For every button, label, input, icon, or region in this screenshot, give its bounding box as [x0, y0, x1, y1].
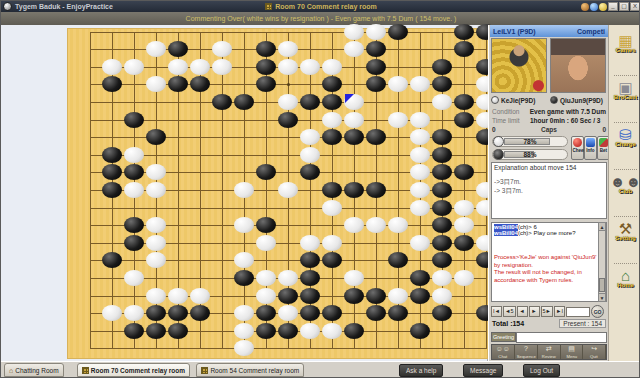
- chat-message-system: Process>'KeJie' won against 'QiuJun9' by…: [494, 254, 597, 269]
- black-stone: [234, 94, 254, 110]
- black-stone: [454, 235, 474, 251]
- white-stone: [124, 182, 144, 198]
- black-stone: [278, 112, 298, 128]
- black-stone: [146, 305, 166, 321]
- white-stone: [432, 94, 452, 110]
- right-icon-strip: ▦Games▣BroCast⛁Charge☻☻Club⚒Setting⌂Home: [608, 25, 640, 361]
- white-stone: [146, 288, 166, 304]
- toolbar-chat-button[interactable]: ☺☺Chat: [492, 345, 515, 359]
- info-badge-icon: [586, 138, 595, 147]
- white-stone: [410, 182, 430, 198]
- bet-dice-icon: [599, 138, 608, 147]
- black-stone: [454, 24, 474, 40]
- black-stone: [410, 270, 430, 286]
- chat-icon: ☺☺: [492, 345, 514, 353]
- tab-room-70-comment-relay-room[interactable]: Room 70 Comment relay room: [77, 363, 190, 377]
- white-stone: [278, 59, 298, 75]
- chat-username: wsBill04: [494, 230, 518, 236]
- white-stone: [234, 182, 254, 198]
- white-stone: [278, 305, 298, 321]
- white-stone: [278, 94, 298, 110]
- black-stone: [344, 288, 364, 304]
- black-stone: [168, 76, 188, 92]
- room-board-icon: [265, 3, 272, 10]
- white-stone: [366, 24, 386, 40]
- white-stone: [322, 200, 342, 216]
- white-stone: [168, 59, 188, 75]
- white-stone: [190, 59, 210, 75]
- restore-button[interactable]: ▢: [619, 2, 629, 11]
- minimize-button[interactable]: _: [608, 2, 618, 11]
- white-stone: [234, 252, 254, 268]
- message-button[interactable]: Message: [463, 364, 503, 377]
- black-stone: [432, 235, 452, 251]
- grid-line: [464, 32, 465, 350]
- white-stone: [256, 288, 276, 304]
- divider: [614, 122, 637, 123]
- header-right-label: Competi: [577, 28, 605, 35]
- present-move: Present : 154: [559, 319, 606, 328]
- black-stone: [278, 288, 298, 304]
- captures-row: 0 Caps 0: [492, 126, 606, 133]
- white-stone: [388, 112, 408, 128]
- quit-icon: ↪: [583, 345, 605, 353]
- app-logo-icon: [3, 2, 12, 11]
- greeting-label: Greeting: [491, 332, 516, 342]
- white-stone: [146, 164, 166, 180]
- white-stone: [256, 270, 276, 286]
- app-title: Tygem Baduk - EnjoyPractice: [15, 3, 113, 10]
- black-player-row: QiuJun9(P9D): [550, 94, 608, 106]
- black-stone: [366, 305, 386, 321]
- status-bar: Commenting Over( white wins by resignati…: [1, 12, 640, 25]
- explanation-box[interactable]: Explanation about move 154 ->3目7m. -> 3目…: [491, 162, 607, 219]
- white-stone: [278, 182, 298, 198]
- white-stone: [102, 59, 122, 75]
- white-stone: [454, 200, 474, 216]
- sidebar: LeiLV1 (P9D) Competi KeJie(P9D) QiuJun9(…: [488, 25, 608, 361]
- black-stone: [146, 129, 166, 145]
- strip-games-button[interactable]: ▦Games: [609, 33, 640, 53]
- black-stone: [366, 288, 386, 304]
- scroll-up-icon[interactable]: ▲: [599, 223, 605, 231]
- star-point: [287, 83, 290, 86]
- black-stone: [168, 305, 188, 321]
- black-stone: [146, 323, 166, 339]
- board-icon: [201, 367, 208, 374]
- white-stone: [102, 305, 122, 321]
- grid-line: [90, 348, 487, 349]
- black-stone: [432, 217, 452, 233]
- black-stone: [454, 112, 474, 128]
- toolbar-quit-button[interactable]: ↪Quit: [583, 345, 606, 359]
- white-stone: [300, 129, 320, 145]
- white-stone: [278, 270, 298, 286]
- black-stone: [256, 41, 276, 57]
- black-stone: [168, 41, 188, 57]
- time-limit-row: Time limit 1hour 0min : 60 Sec / 3: [492, 117, 606, 124]
- white-stone: [124, 270, 144, 286]
- black-stone: [432, 129, 452, 145]
- divider: [614, 263, 637, 264]
- black-stone: [168, 323, 188, 339]
- go-button[interactable]: GO: [591, 305, 604, 318]
- white-stone: [454, 217, 474, 233]
- white-stone: [432, 288, 452, 304]
- black-stone: [322, 129, 342, 145]
- white-stone: [366, 217, 386, 233]
- chat-message-system: The result will not be changed, in accor…: [494, 269, 597, 284]
- nav-5-button[interactable]: ◄5: [503, 306, 516, 317]
- title-bar: Tygem Baduk - EnjoyPractice Room 70 Comm…: [1, 1, 640, 12]
- black-stone: [454, 94, 474, 110]
- black-stone: [256, 164, 276, 180]
- black-stone: [124, 235, 144, 251]
- black-stone: [190, 76, 210, 92]
- white-stone: [344, 24, 364, 40]
- commentator-name: LeiLV1 (P9D): [493, 28, 536, 35]
- white-stone: [234, 323, 254, 339]
- explanation-line: -> 3目7m.: [494, 187, 604, 196]
- black-stone: [124, 217, 144, 233]
- game-status-text: Commenting Over( white wins by resignati…: [186, 15, 457, 22]
- sidebar-header: LeiLV1 (P9D) Competi: [490, 25, 608, 37]
- tab-room-54-comment-relay-room[interactable]: Room 54 Comment relay room: [196, 363, 304, 377]
- white-stone: [410, 112, 430, 128]
- white-stone: [234, 340, 254, 356]
- black-stone: [388, 252, 408, 268]
- move-number-input[interactable]: [566, 307, 590, 317]
- black-stone: [124, 164, 144, 180]
- cheer-button[interactable]: Cheer: [571, 136, 584, 160]
- go-board[interactable]: [67, 28, 488, 359]
- divider: [614, 75, 637, 76]
- board-panel: [1, 25, 488, 361]
- white-stone: [212, 41, 232, 57]
- black-cheer-slider[interactable]: 88%: [492, 149, 568, 160]
- white-stone: [278, 41, 298, 57]
- white-stone: [388, 288, 408, 304]
- close-button[interactable]: X: [630, 2, 640, 11]
- white-stone: [146, 182, 166, 198]
- tray-ball-icon[interactable]: [581, 3, 589, 11]
- board-icon: [82, 367, 89, 374]
- white-stone: [190, 288, 210, 304]
- black-stone: [256, 305, 276, 321]
- totals-row: Total :154 Present : 154: [492, 319, 606, 328]
- black-stone: [432, 76, 452, 92]
- black-stone: [432, 147, 452, 163]
- total-moves: Total :154: [492, 320, 524, 327]
- white-stone: [124, 147, 144, 163]
- black-stone: [322, 94, 342, 110]
- nav--button[interactable]: ►: [529, 306, 540, 317]
- white-player-photo: [491, 38, 547, 93]
- white-stone: [410, 164, 430, 180]
- strip-setting-button[interactable]: ⚒Setting: [609, 221, 640, 241]
- white-stone: [146, 235, 166, 251]
- black-stone: [432, 59, 452, 75]
- black-stone: [410, 288, 430, 304]
- sequence-icon: ?: [515, 345, 538, 353]
- explanation-line: ->3目7m.: [494, 178, 604, 187]
- info-button[interactable]: Info: [584, 136, 597, 160]
- strip-club-button[interactable]: ☻☻Club: [609, 174, 640, 194]
- white-stone: [432, 270, 452, 286]
- black-stone: [300, 252, 320, 268]
- chat-log[interactable]: wsBill04(ch)> 6wsBill04(ch)> Play one mo…: [491, 222, 607, 302]
- chat-message-user: wsBill04(ch)> Play one more?: [494, 230, 597, 236]
- last-move-marker-icon: [345, 94, 354, 103]
- greeting-input[interactable]: [516, 332, 607, 343]
- black-stone: [256, 59, 276, 75]
- white-stone: [124, 305, 144, 321]
- black-stone: [102, 182, 122, 198]
- white-cheer-slider[interactable]: 78%: [492, 136, 568, 147]
- condition-row: Condition Even game with 7.5 Dum: [492, 108, 606, 115]
- white-stone: [212, 59, 232, 75]
- black-stone: [102, 76, 122, 92]
- white-stone: [388, 217, 408, 233]
- white-stone: [344, 112, 364, 128]
- tray-lamp-icon[interactable]: [599, 3, 607, 11]
- black-stone: [432, 164, 452, 180]
- black-cheer-pct: 88%: [493, 151, 567, 158]
- nav-I-button[interactable]: ►I: [554, 306, 565, 317]
- black-stone: [300, 305, 320, 321]
- white-stone-icon: [491, 96, 499, 104]
- black-stone: [190, 305, 210, 321]
- black-stone: [432, 305, 452, 321]
- black-stone: [124, 323, 144, 339]
- scroll-down-icon[interactable]: ▼: [599, 293, 605, 301]
- black-stone: [256, 323, 276, 339]
- black-stone: [102, 164, 122, 180]
- black-stone: [278, 323, 298, 339]
- black-stone: [300, 270, 320, 286]
- white-stone: [322, 112, 342, 128]
- divider: [614, 169, 637, 170]
- black-stone: [366, 129, 386, 145]
- white-stone: [146, 217, 166, 233]
- black-stone: [322, 182, 342, 198]
- divider: [614, 216, 637, 217]
- ask-a-help-button[interactable]: Ask a help: [399, 364, 443, 377]
- white-stone: [300, 147, 320, 163]
- black-stone: [410, 323, 430, 339]
- white-stone: [300, 323, 320, 339]
- nav-I-button[interactable]: I◄: [491, 306, 502, 317]
- white-stone: [410, 76, 430, 92]
- black-stone: [366, 76, 386, 92]
- white-stone: [410, 235, 430, 251]
- white-stone: [410, 200, 430, 216]
- white-stone: [234, 305, 254, 321]
- black-stone: [256, 217, 276, 233]
- white-stone: [146, 252, 166, 268]
- black-stone: [344, 182, 364, 198]
- white-stone: [344, 41, 364, 57]
- white-stone: [454, 270, 474, 286]
- black-stone: [124, 112, 144, 128]
- nav-5-button[interactable]: 5►: [541, 306, 554, 317]
- black-stone: [366, 182, 386, 198]
- white-player-name: KeJie(P9D): [501, 97, 535, 104]
- white-stone: [168, 288, 188, 304]
- white-stone: [388, 76, 408, 92]
- black-stone: [102, 252, 122, 268]
- app-window: Tygem Baduk - EnjoyPractice Room 70 Comm…: [0, 0, 640, 378]
- bottom-bar: ⌂Chatting RoomRoom 70 Comment relay room…: [1, 361, 640, 378]
- black-stone: [212, 94, 232, 110]
- black-stone: [300, 94, 320, 110]
- explanation-title: Explanation about move 154: [494, 164, 604, 171]
- white-stone: [410, 129, 430, 145]
- home-icon: ⌂: [9, 367, 13, 374]
- black-stone: [322, 305, 342, 321]
- black-stone: [344, 129, 364, 145]
- strip-charge-button[interactable]: ⛁Charge: [609, 127, 640, 147]
- black-stone: [388, 305, 408, 321]
- white-stone: [300, 235, 320, 251]
- black-stone: [322, 252, 342, 268]
- black-stone: [234, 270, 254, 286]
- white-stone: [300, 59, 320, 75]
- black-player-photo: [550, 38, 606, 93]
- sidebar-toolbar: ☺☺Chat?Sequence⇄Review▤Menu↪Quit: [491, 344, 607, 360]
- black-stone: [454, 164, 474, 180]
- scroll-thumb[interactable]: [599, 278, 605, 292]
- black-stone: [256, 76, 276, 92]
- black-stone: [102, 147, 122, 163]
- white-stone: [344, 217, 364, 233]
- white-stone: [322, 323, 342, 339]
- white-stone: [146, 76, 166, 92]
- black-stone: [388, 24, 408, 40]
- black-stone: [432, 182, 452, 198]
- white-stone: [322, 59, 342, 75]
- nav--button[interactable]: ◄: [517, 306, 528, 317]
- black-stone: [432, 200, 452, 216]
- black-stone: [322, 76, 342, 92]
- white-player-row: KeJie(P9D): [491, 94, 549, 106]
- log-out-button[interactable]: Log Out: [523, 364, 560, 377]
- review-icon: ⇄: [538, 345, 560, 353]
- white-stone: [234, 217, 254, 233]
- toolbar-review-button[interactable]: ⇄Review: [538, 345, 561, 359]
- white-cheer-pct: 78%: [493, 138, 567, 145]
- black-stone: [366, 59, 386, 75]
- white-stone: [124, 59, 144, 75]
- black-stone: [300, 164, 320, 180]
- white-stone: [146, 41, 166, 57]
- strip-home-button[interactable]: ⌂Home: [609, 268, 640, 288]
- black-stone: [432, 252, 452, 268]
- white-stone: [410, 147, 430, 163]
- black-player-name: QiuJun9(P9D): [560, 97, 603, 104]
- toolbar-menu-button[interactable]: ▤Menu: [561, 345, 584, 359]
- tray-globe-icon[interactable]: [590, 3, 598, 11]
- white-stone: [344, 270, 364, 286]
- menu-icon: ▤: [561, 345, 583, 353]
- black-stone: [454, 41, 474, 57]
- cheer-ball-icon: [573, 138, 582, 147]
- white-stone: [322, 235, 342, 251]
- move-nav-row: I◄◄5◄►5►►IGO: [491, 305, 607, 318]
- tab-chatting-room[interactable]: ⌂Chatting Room: [4, 363, 64, 377]
- chat-scrollbar[interactable]: ▲ ▼: [598, 222, 606, 302]
- black-stone-icon: [550, 96, 558, 104]
- strip-brocast-button[interactable]: ▣BroCast: [609, 80, 640, 100]
- toolbar-sequence-button[interactable]: ?Sequence: [515, 345, 539, 359]
- black-stone: [344, 323, 364, 339]
- black-stone: [366, 41, 386, 57]
- white-stone: [256, 235, 276, 251]
- black-stone: [300, 288, 320, 304]
